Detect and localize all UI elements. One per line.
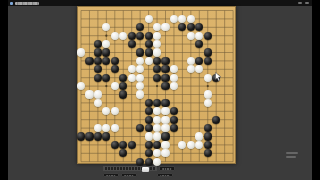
black-stone [145,40,153,48]
go-board[interactable] [77,6,236,164]
white-stone [161,23,169,31]
black-stone [145,124,153,132]
black-stone [111,57,119,65]
black-stone [136,48,144,56]
side-note-line [286,156,296,158]
white-stone [145,15,153,23]
white-stone [187,15,195,23]
black-stone [145,149,153,157]
black-stone [153,99,161,107]
black-stone [94,74,102,82]
black-stone [102,48,110,56]
move-scrubber[interactable] [103,166,157,171]
black-stone [136,32,144,40]
close-icon[interactable] [305,2,309,4]
white-stone [204,74,212,82]
chip-label [124,175,134,177]
black-stone [94,57,102,65]
white-stone [204,99,212,107]
minimize-icon[interactable] [298,2,302,4]
white-stone [204,90,212,98]
black-stone [145,158,153,166]
app-icon [10,2,13,5]
white-stone [170,74,178,82]
white-stone [94,99,102,107]
white-stone [128,74,136,82]
white-stone [153,158,161,166]
black-stone [128,40,136,48]
nav-chip-bottom-2[interactable] [121,173,137,178]
black-stone [153,141,161,149]
white-stone [136,74,144,82]
black-stone [153,74,161,82]
white-stone [187,141,195,149]
white-stone [153,32,161,40]
white-stone [161,107,169,115]
chip-label [162,168,172,170]
nav-chip-bottom-3[interactable] [157,173,173,178]
black-stone [204,124,212,132]
white-stone [111,82,119,90]
white-stone [161,124,169,132]
black-stone [145,141,153,149]
black-stone [85,132,93,140]
white-stone [195,132,203,140]
white-stone [153,116,161,124]
white-stone [136,90,144,98]
black-stone [204,132,212,140]
black-stone [145,48,153,56]
screenshot-stage [0,0,320,180]
scrubber-handle[interactable] [142,167,149,172]
black-stone [102,132,110,140]
black-stone [136,158,144,166]
white-stone [187,57,195,65]
black-stone [145,99,153,107]
white-stone [94,90,102,98]
black-stone [153,57,161,65]
white-stone [161,116,169,124]
black-stone [161,74,169,82]
app-window [8,0,312,180]
black-stone [128,141,136,149]
white-stone [153,132,161,140]
white-stone [161,149,169,157]
black-stone [145,116,153,124]
chip-label [160,175,170,177]
black-stone [111,141,119,149]
white-stone [170,15,178,23]
black-stone [128,32,136,40]
white-stone [85,90,93,98]
black-stone [170,116,178,124]
black-stone [77,132,85,140]
black-stone [85,57,93,65]
black-stone [204,48,212,56]
black-stone [119,90,127,98]
window-title-text [15,2,39,5]
black-stone [212,116,220,124]
black-stone [161,65,169,73]
white-stone [111,124,119,132]
white-stone [145,132,153,140]
white-stone [111,32,119,40]
white-stone [153,48,161,56]
black-stone [212,74,220,82]
black-stone [145,32,153,40]
chip-label [106,175,116,177]
black-stone [204,32,212,40]
black-stone [161,57,169,65]
black-stone [161,99,169,107]
nav-chip-bottom-1[interactable] [103,173,119,178]
white-stone [77,48,85,56]
side-note-line [286,152,298,154]
black-stone [94,48,102,56]
white-stone [161,141,169,149]
black-stone [145,107,153,115]
black-stone [94,132,102,140]
white-stone [145,57,153,65]
black-stone [204,57,212,65]
black-stone [161,82,169,90]
white-stone [187,32,195,40]
black-stone [204,141,212,149]
nav-chip-right-top[interactable] [159,166,175,171]
black-stone [161,132,169,140]
